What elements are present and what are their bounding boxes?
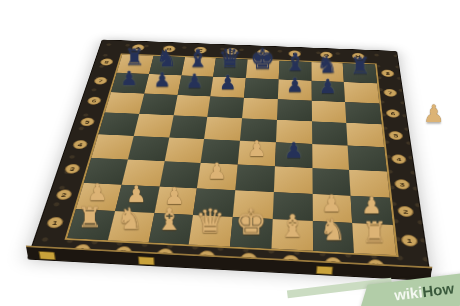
square-d6[interactable] [208,96,244,118]
coord-right-1: 1 [401,234,419,247]
coord-right-5: 5 [388,131,403,140]
square-c1[interactable]: ♝ [148,213,193,244]
square-b4[interactable] [128,136,169,161]
square-f7[interactable]: ♟ [278,79,312,100]
white-knight-g1[interactable]: ♞ [320,214,347,244]
white-bishop-c1[interactable]: ♝ [156,205,184,236]
white-bishop-f1[interactable]: ♝ [278,211,306,242]
coord-right-4: 4 [391,154,407,164]
white-queen-d1[interactable]: ♛ [196,205,226,238]
white-rook-a1[interactable]: ♜ [77,203,102,231]
black-queen-d8[interactable]: ♛ [218,46,241,72]
wikihow-watermark: wikiHow [330,272,460,306]
square-b7[interactable]: ♟ [144,74,181,95]
square-b1[interactable]: ♞ [108,211,154,242]
square-e1[interactable]: ♚ [230,217,272,248]
square-e4[interactable]: ♟ [238,141,276,166]
black-pawn-f4[interactable]: ♟ [284,139,303,161]
square-c7[interactable]: ♟ [177,75,213,96]
coord-left-1: 1 [46,217,65,229]
white-rook-h1[interactable]: ♜ [362,217,388,246]
coord-right-6: 6 [386,109,401,118]
board-grid: ♜♞♝♛♚♝♞♜♟♟♟♟♟♟♟♟♟♟♟♟♟♟♜♞♝♛♚♝♞♜ [64,53,398,257]
square-c4[interactable] [164,137,204,162]
square-h4[interactable] [348,146,387,172]
black-pawn-a7[interactable]: ♟ [120,68,137,87]
square-h1[interactable]: ♜ [352,223,396,255]
brass-hinge-icon [138,256,155,265]
black-pawn-g7[interactable]: ♟ [319,76,337,96]
coord-left-2: 2 [55,189,73,200]
white-pawn-e4[interactable]: ♟ [247,137,266,159]
white-knight-b1[interactable]: ♞ [116,204,142,233]
black-rook-h8[interactable]: ♜ [350,55,370,78]
chess-photo: ♜♞♝♛♚♝♞♜♟♟♟♟♟♟♟♟♟♟♟♟♟♟♜♞♝♛♚♝♞♜ ABCDEFGH … [0,0,460,306]
square-g7[interactable]: ♟ [311,81,345,102]
square-d5[interactable] [204,117,242,141]
black-bishop-f8[interactable]: ♝ [284,51,306,75]
coord-left-3: 3 [64,164,82,174]
white-pawn-d3[interactable]: ♟ [207,160,227,182]
square-e3[interactable] [235,164,274,191]
coord-left-5: 5 [79,117,95,126]
coord-left-8: 8 [99,58,114,66]
black-pawn-f7[interactable]: ♟ [286,75,304,95]
coord-left-6: 6 [86,96,102,105]
black-knight-b8[interactable]: ♞ [156,46,177,69]
coord-right-2: 2 [397,206,414,218]
black-pawn-b7[interactable]: ♟ [153,69,170,88]
square-e8[interactable]: ♚ [246,59,279,79]
white-pawn-a2[interactable]: ♟ [87,180,108,203]
square-a5[interactable] [98,112,139,135]
black-rook-a8[interactable]: ♜ [124,46,144,68]
square-b5[interactable] [134,114,174,138]
square-g5[interactable] [312,121,348,145]
square-f6[interactable] [277,99,312,121]
square-f4[interactable]: ♟ [275,142,312,168]
square-d1[interactable]: ♛ [189,215,233,246]
square-e6[interactable] [242,98,278,120]
black-knight-g8[interactable]: ♞ [317,53,338,77]
square-h7[interactable] [344,82,379,103]
square-a7[interactable]: ♟ [111,73,149,94]
square-b6[interactable] [139,93,177,115]
captured-white-pawn[interactable]: ♟ [423,102,445,126]
square-c5[interactable] [169,115,208,139]
square-a4[interactable] [91,134,133,159]
square-f1[interactable]: ♝ [271,219,312,251]
coord-right-8: 8 [381,69,395,77]
square-f3[interactable] [274,166,313,193]
square-c6[interactable] [173,95,210,117]
brass-hinge-icon [39,251,57,260]
square-e7[interactable] [244,78,278,99]
square-g4[interactable] [312,144,350,170]
square-g1[interactable]: ♞ [312,221,354,253]
board-scene: ♜♞♝♛♚♝♞♜♟♟♟♟♟♟♟♟♟♟♟♟♟♟♜♞♝♛♚♝♞♜ ABCDEFGH … [0,0,460,306]
white-king-e1[interactable]: ♚ [235,204,267,239]
coord-right-7: 7 [383,89,397,97]
black-pawn-d7[interactable]: ♟ [219,72,237,92]
square-d3[interactable]: ♟ [197,163,238,190]
square-a6[interactable] [105,92,144,114]
coord-right-3: 3 [394,179,410,190]
black-bishop-c8[interactable]: ♝ [187,47,209,71]
square-h8[interactable]: ♜ [343,63,377,83]
white-pawn-h2[interactable]: ♟ [362,193,383,216]
wikihow-logo-wiki: wiki [393,283,423,303]
coord-left-7: 7 [93,77,108,85]
black-king-e8[interactable]: ♚ [250,46,275,74]
black-pawn-c7[interactable]: ♟ [186,71,203,91]
square-d7[interactable]: ♟ [211,77,246,98]
square-h6[interactable] [345,102,381,125]
square-h5[interactable] [347,123,385,147]
square-g6[interactable] [311,100,346,123]
coord-left-4: 4 [72,140,89,150]
chess-board: ♜♞♝♛♚♝♞♜♟♟♟♟♟♟♟♟♟♟♟♟♟♟♜♞♝♛♚♝♞♜ ABCDEFGH … [27,40,432,282]
